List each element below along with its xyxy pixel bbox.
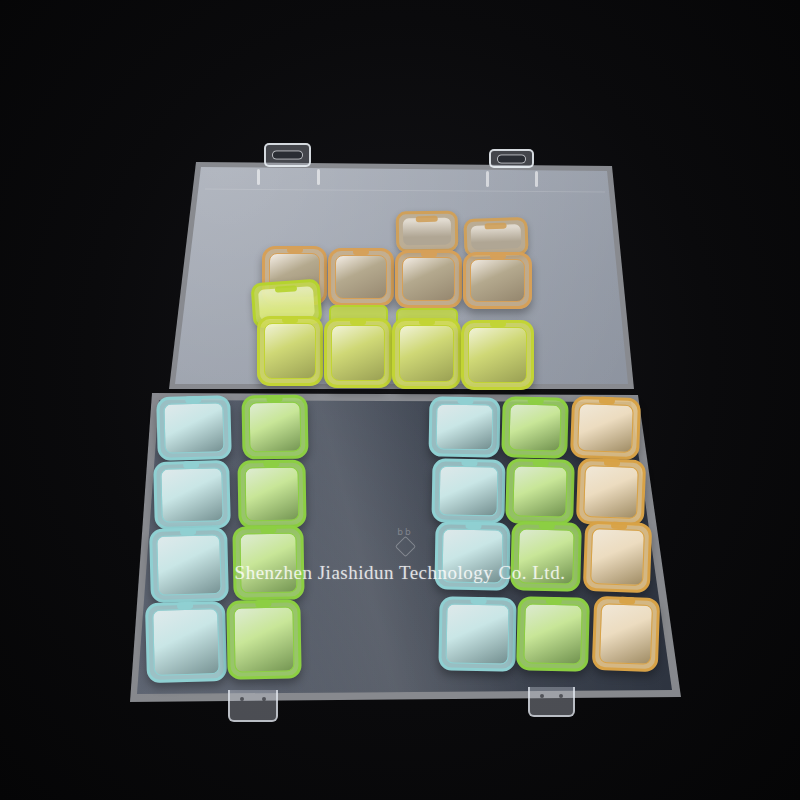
lid-notch — [317, 169, 320, 185]
lid-cup-yellow — [257, 316, 323, 386]
tray-cup-green — [501, 396, 569, 459]
cup-latch-tab — [546, 597, 562, 604]
tray-cup-orange_tray — [576, 458, 646, 526]
cup-latch-tab — [260, 526, 276, 533]
lid-cup-orange_lid — [328, 248, 394, 306]
cup-latch-tab — [183, 461, 199, 468]
cup-latch-tab — [421, 250, 437, 257]
tray-cup-orange_tray — [592, 596, 661, 672]
lid-notch — [257, 169, 260, 185]
cup-opening — [160, 467, 223, 523]
cup-latch-tab — [350, 318, 366, 325]
cup-opening — [249, 402, 302, 453]
cup-opening — [445, 603, 509, 664]
cup-opening — [264, 323, 316, 379]
cup-opening — [163, 402, 224, 454]
case-tray-reflection — [0, 0, 800, 800]
cup-latch-tab — [619, 597, 635, 605]
lid-cup-yellow — [461, 320, 534, 390]
brand-emboss-shield-icon — [394, 536, 415, 557]
cup-latch-tab — [461, 459, 477, 466]
watermark-text: Shenzhen Jiashidun Technology Co. Ltd. — [235, 562, 566, 584]
cup-latch-tab — [255, 600, 271, 607]
lid-notch — [535, 171, 538, 187]
tray-cup-blue — [149, 527, 229, 603]
cup-latch-tab — [470, 597, 486, 604]
cup-opening — [152, 608, 220, 676]
tray-hinge-tab — [228, 690, 278, 722]
cup-opening — [233, 606, 294, 672]
cup-latch-tab — [604, 459, 620, 467]
hinge-pin — [540, 694, 544, 698]
latch-slot — [498, 155, 525, 162]
cup-opening — [470, 259, 525, 302]
cup-latch-tab — [533, 459, 549, 466]
cup-opening — [402, 257, 455, 301]
lid-latch-tab — [264, 143, 311, 167]
tray-cup-green — [237, 459, 306, 528]
lid-cup-orange_lid — [395, 250, 462, 308]
tray-cup-blue — [153, 460, 231, 530]
hinge-pin — [240, 697, 244, 701]
tray-cup-green — [226, 599, 301, 679]
cup-latch-tab — [539, 522, 555, 529]
cup-opening — [335, 255, 387, 299]
lid-flip-lid-orange_flip — [396, 210, 459, 252]
cup-opening — [512, 465, 567, 517]
tray-cup-orange_tray — [570, 396, 641, 460]
case-tray — [0, 0, 800, 800]
tray-cup-orange_tray — [583, 521, 652, 593]
cup-opening — [599, 603, 653, 665]
cup-latch-tab — [490, 320, 506, 327]
cup-latch-tab — [353, 248, 369, 255]
hinge-pin — [559, 694, 563, 698]
latch-slot — [273, 152, 302, 159]
cup-latch-tab — [485, 223, 507, 230]
cup-opening — [331, 325, 385, 381]
cup-opening — [245, 467, 300, 522]
tray-cup-green — [516, 596, 590, 672]
cup-opening — [583, 465, 639, 519]
lid-cup-yellow — [392, 318, 461, 389]
product-photo-scene: bb Shenzhen Jiashidun Technology Co. Ltd… — [0, 0, 800, 800]
cup-latch-tab — [598, 397, 614, 405]
tray-cup-blue — [145, 601, 227, 683]
tray-cup-green — [505, 458, 575, 525]
tray-hinge-tab — [528, 687, 575, 717]
cup-latch-tab — [419, 318, 435, 325]
cup-latch-tab — [416, 216, 438, 222]
cup-latch-tab — [287, 246, 303, 253]
cup-opening — [590, 528, 645, 586]
cup-opening — [439, 465, 499, 516]
lid-cup-orange_lid — [463, 252, 532, 309]
cup-latch-tab — [177, 602, 193, 609]
cup-opening — [468, 327, 527, 383]
tray-cup-blue — [156, 395, 232, 461]
cup-latch-tab — [465, 522, 481, 529]
cup-latch-tab — [457, 397, 473, 404]
tray-cup-green — [241, 394, 308, 459]
brand-emboss: bb — [388, 527, 422, 554]
hinge-pin — [262, 697, 266, 701]
tray-cup-blue — [438, 596, 516, 671]
cup-latch-tab — [528, 397, 544, 404]
cup-latch-tab — [282, 316, 298, 323]
cup-opening — [577, 403, 634, 453]
cup-opening — [156, 534, 222, 596]
cup-latch-tab — [266, 395, 282, 402]
cup-opening — [508, 403, 561, 451]
cup-opening — [523, 603, 583, 664]
lid-latch-tab — [489, 149, 534, 168]
lid-notch — [486, 171, 489, 187]
cup-latch-tab — [185, 396, 201, 403]
cup-latch-tab — [263, 460, 279, 467]
tray-cup-blue — [428, 396, 500, 457]
cup-opening — [399, 325, 454, 382]
cup-latch-tab — [490, 252, 506, 259]
cup-opening — [436, 404, 494, 451]
lid-cup-yellow — [324, 318, 392, 388]
cup-latch-tab — [180, 528, 196, 535]
tray-cup-blue — [431, 458, 505, 523]
cup-latch-tab — [610, 522, 626, 530]
